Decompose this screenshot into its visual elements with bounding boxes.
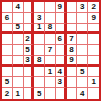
sudoku-cell-r2c5-empty[interactable] [45, 13, 56, 24]
sudoku-cell-r8c8-empty[interactable] [77, 77, 88, 88]
sudoku-cell-r9c7-empty[interactable] [67, 88, 78, 99]
sudoku-cell-r6c3-given: 3 [24, 56, 35, 67]
sudoku-cell-r6c6-empty[interactable] [56, 56, 67, 67]
sudoku-cell-r6c9-empty[interactable] [88, 56, 99, 67]
sudoku-cell-r5c5-given: 7 [45, 45, 56, 56]
sudoku-cell-r7c2-empty[interactable] [13, 67, 24, 78]
sudoku-cell-r5c2-empty[interactable] [13, 45, 24, 56]
sudoku-cell-r9c4-given: 5 [34, 88, 45, 99]
sudoku-cell-r7c9-empty[interactable] [88, 67, 99, 78]
sudoku-cell-r2c2-empty[interactable] [13, 13, 24, 24]
sudoku-cell-r4c8-empty[interactable] [77, 34, 88, 45]
sudoku-cell-r8c4-empty[interactable] [34, 77, 45, 88]
sudoku-cell-r7c4-empty[interactable] [34, 67, 45, 78]
sudoku-cell-r4c1-empty[interactable] [2, 34, 13, 45]
sudoku-cell-r6c2-empty[interactable] [13, 56, 24, 67]
sudoku-cell-r6c7-given: 9 [67, 56, 78, 67]
sudoku-cell-r1c6-given: 9 [56, 2, 67, 13]
sudoku-cell-r5c3-given: 5 [24, 45, 35, 56]
sudoku-cell-r3c7-empty[interactable] [67, 24, 78, 35]
sudoku-cell-r2c8-empty[interactable] [77, 13, 88, 24]
sudoku-board: 49326395182675783891455312154 [0, 0, 101, 101]
sudoku-cell-r9c3-empty[interactable] [24, 88, 35, 99]
sudoku-cell-r2c6-empty[interactable] [56, 13, 67, 24]
sudoku-cell-r7c8-given: 5 [77, 67, 88, 78]
sudoku-cell-r4c2-empty[interactable] [13, 34, 24, 45]
sudoku-cell-r8c5-empty[interactable] [45, 77, 56, 88]
sudoku-cell-r8c9-given: 1 [88, 77, 99, 88]
sudoku-cell-r3c9-empty[interactable] [88, 24, 99, 35]
sudoku-cell-r2c7-empty[interactable] [67, 13, 78, 24]
sudoku-cell-r8c7-empty[interactable] [67, 77, 78, 88]
sudoku-cell-r3c8-empty[interactable] [77, 24, 88, 35]
sudoku-cell-r9c8-given: 4 [77, 88, 88, 99]
sudoku-cell-r4c3-given: 2 [24, 34, 35, 45]
sudoku-cell-r2c9-given: 9 [88, 13, 99, 24]
sudoku-cell-r8c6-given: 3 [56, 77, 67, 88]
sudoku-cell-r5c4-empty[interactable] [34, 45, 45, 56]
sudoku-cell-r1c3-empty[interactable] [24, 2, 35, 13]
sudoku-cell-r4c5-empty[interactable] [45, 34, 56, 45]
sudoku-cell-r8c2-empty[interactable] [13, 77, 24, 88]
sudoku-cell-r2c1-given: 6 [2, 13, 13, 24]
sudoku-cell-r9c9-empty[interactable] [88, 88, 99, 99]
sudoku-cell-r1c9-given: 2 [88, 2, 99, 13]
sudoku-cell-r5c9-empty[interactable] [88, 45, 99, 56]
sudoku-cell-r3c3-empty[interactable] [24, 24, 35, 35]
sudoku-cell-r6c8-empty[interactable] [77, 56, 88, 67]
sudoku-cell-r3c1-empty[interactable] [2, 24, 13, 35]
sudoku-cell-r2c3-empty[interactable] [24, 13, 35, 24]
sudoku-cell-r9c5-empty[interactable] [45, 88, 56, 99]
sudoku-cell-r1c1-empty[interactable] [2, 2, 13, 13]
sudoku-cell-r3c5-given: 8 [45, 24, 56, 35]
sudoku-cell-r7c5-given: 1 [45, 67, 56, 78]
sudoku-cell-r4c4-empty[interactable] [34, 34, 45, 45]
sudoku-cell-r1c8-given: 3 [77, 2, 88, 13]
sudoku-cell-r5c8-empty[interactable] [77, 45, 88, 56]
sudoku-cell-r7c7-empty[interactable] [67, 67, 78, 78]
sudoku-cell-r8c1-given: 5 [2, 77, 13, 88]
sudoku-cell-r5c7-given: 8 [67, 45, 78, 56]
sudoku-cell-r6c5-empty[interactable] [45, 56, 56, 67]
sudoku-cell-r5c1-empty[interactable] [2, 45, 13, 56]
sudoku-cell-r4c9-empty[interactable] [88, 34, 99, 45]
sudoku-cell-r8c3-empty[interactable] [24, 77, 35, 88]
sudoku-cell-r3c2-given: 5 [13, 24, 24, 35]
sudoku-cell-r9c2-given: 1 [13, 88, 24, 99]
sudoku-cell-r1c5-empty[interactable] [45, 2, 56, 13]
sudoku-cell-r3c4-given: 1 [34, 24, 45, 35]
sudoku-cell-r7c1-empty[interactable] [2, 67, 13, 78]
sudoku-cell-r6c1-empty[interactable] [2, 56, 13, 67]
sudoku-cell-r1c7-empty[interactable] [67, 2, 78, 13]
sudoku-cell-r3c6-empty[interactable] [56, 24, 67, 35]
sudoku-cell-r1c2-given: 4 [13, 2, 24, 13]
sudoku-cell-r2c4-given: 3 [34, 13, 45, 24]
sudoku-cell-r1c4-empty[interactable] [34, 2, 45, 13]
sudoku-cell-r7c3-empty[interactable] [24, 67, 35, 78]
sudoku-cell-r7c6-given: 4 [56, 67, 67, 78]
sudoku-cell-r9c1-given: 2 [2, 88, 13, 99]
sudoku-cell-r9c6-empty[interactable] [56, 88, 67, 99]
sudoku-cell-r4c6-given: 6 [56, 34, 67, 45]
sudoku-cell-r5c6-empty[interactable] [56, 45, 67, 56]
sudoku-cell-r6c4-given: 8 [34, 56, 45, 67]
sudoku-cell-r4c7-given: 7 [67, 34, 78, 45]
